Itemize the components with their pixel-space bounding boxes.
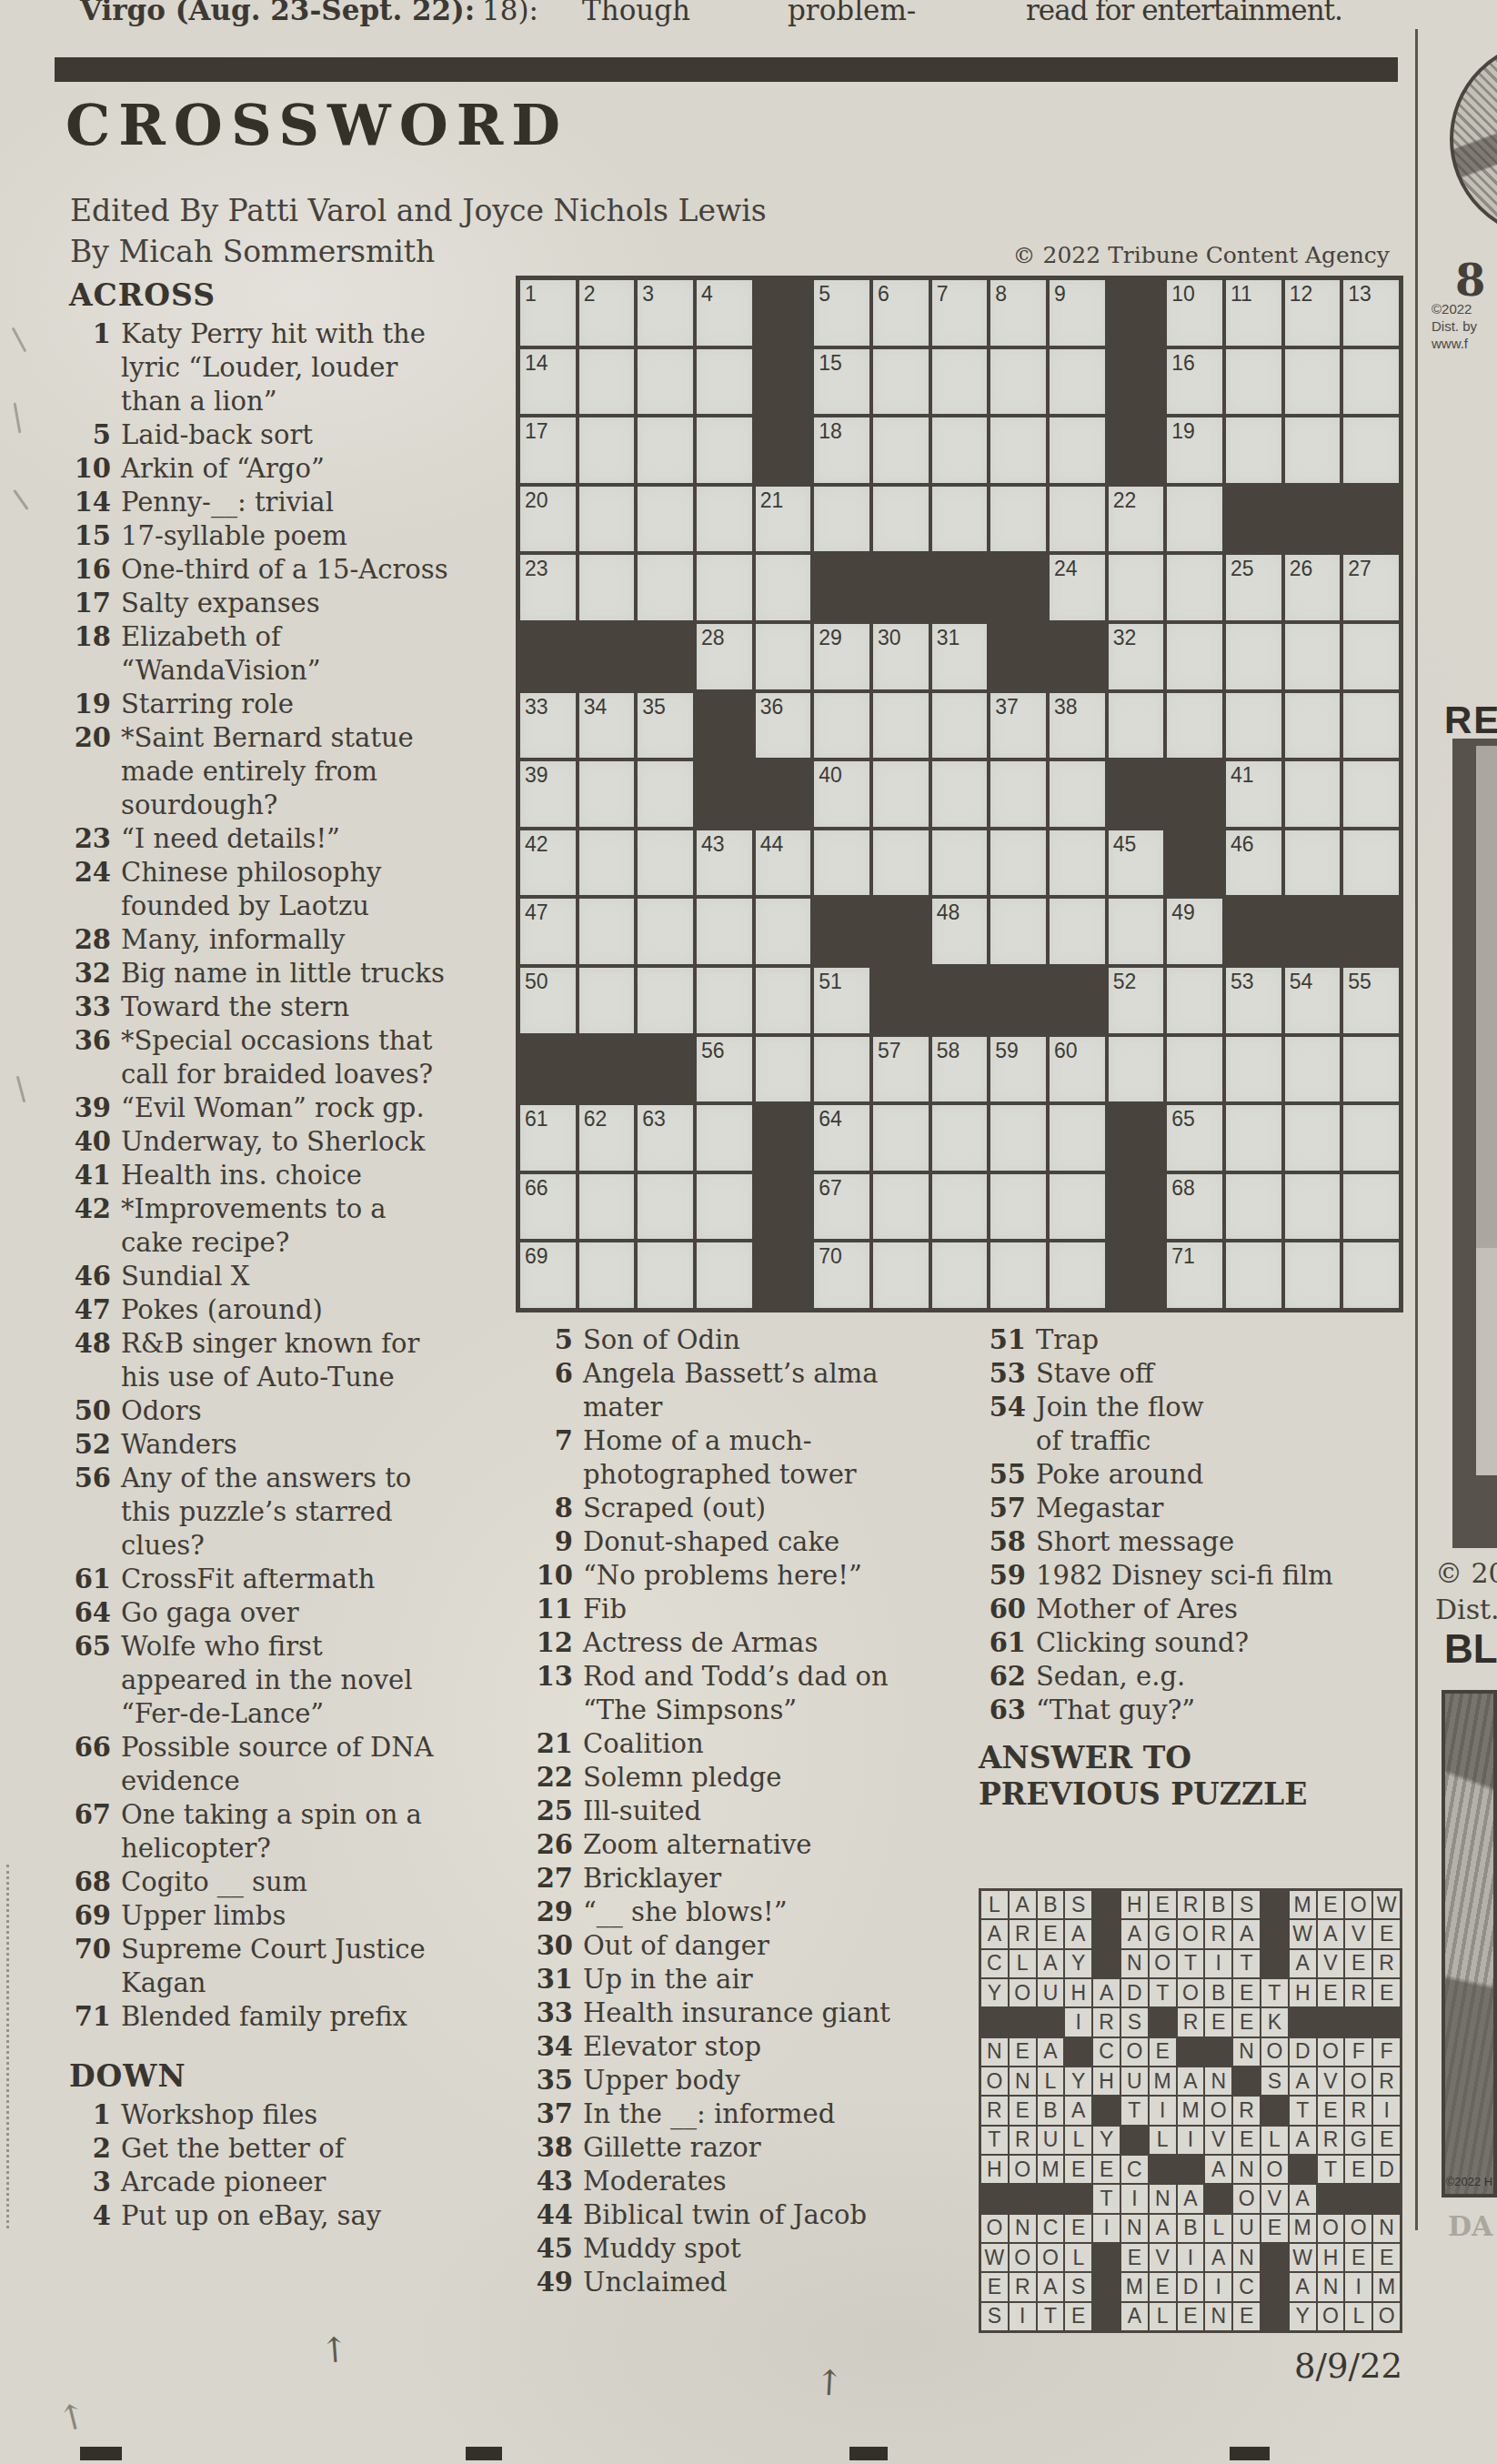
grid-cell-12-8[interactable]: 58 <box>932 1037 988 1102</box>
grid-cell-13-6[interactable]: 64 <box>814 1105 869 1171</box>
grid-cell-12-10[interactable]: 60 <box>1050 1037 1105 1102</box>
cell-number: 54 <box>1290 970 1313 994</box>
grid-cell-12-14[interactable] <box>1285 1037 1341 1102</box>
grid-cell-4-3[interactable] <box>638 487 693 552</box>
grid-cell-2-4[interactable] <box>697 349 752 415</box>
grid-cell-14-7[interactable] <box>873 1174 929 1240</box>
answer-letter-5-9: E <box>1205 2008 1231 2036</box>
grid-cell-1-13[interactable]: 11 <box>1226 280 1281 346</box>
grid-cell-13-14[interactable] <box>1285 1105 1341 1171</box>
grid-cell-5-15[interactable]: 27 <box>1343 555 1399 620</box>
across-clue-39: 39“Evil Woman” rock gp. <box>64 1091 518 1125</box>
grid-cell-15-9[interactable] <box>990 1242 1046 1308</box>
grid-cell-13-9[interactable] <box>990 1105 1046 1171</box>
answer-letter-6-7: E <box>1150 2038 1176 2066</box>
grid-cell-5-5[interactable] <box>756 555 811 620</box>
grid-cell-15-15[interactable] <box>1343 1242 1399 1308</box>
cell-number: 67 <box>819 1176 842 1201</box>
clue-text: Angela Bassett’s alma mater <box>583 1357 879 1424</box>
grid-cell-13-10[interactable] <box>1050 1105 1105 1171</box>
answer-letter-14-3: A <box>1038 2273 1064 2300</box>
grid-cell-7-3[interactable]: 35 <box>638 693 693 759</box>
grid-cell-1-6[interactable]: 5 <box>814 280 869 346</box>
grid-cell-3-14[interactable] <box>1285 417 1341 483</box>
black-square-15-11 <box>1109 1242 1164 1308</box>
grid-cell-14-1[interactable]: 66 <box>520 1174 576 1240</box>
grid-cell-7-8[interactable] <box>932 693 988 759</box>
grid-cell-3-8[interactable] <box>932 417 988 483</box>
grid-cell-1-2[interactable]: 2 <box>579 280 635 346</box>
grid-cell-13-4[interactable] <box>697 1105 752 1171</box>
down-clue-11: 11Fib <box>526 1593 973 1626</box>
grid-cell-9-15[interactable] <box>1343 830 1399 896</box>
grid-cell-3-13[interactable] <box>1226 417 1281 483</box>
across-clue-67: 67One taking a spin on a helicopter? <box>64 1798 518 1866</box>
grid-cell-1-7[interactable]: 6 <box>873 280 929 346</box>
grid-cell-14-15[interactable] <box>1343 1174 1399 1240</box>
answer-letter-9-3: U <box>1038 2127 1064 2154</box>
grid-cell-2-8[interactable] <box>932 349 988 415</box>
grid-cell-10-8[interactable]: 48 <box>932 899 988 964</box>
grid-cell-12-13[interactable] <box>1226 1037 1281 1102</box>
answer-letter-2-8: O <box>1178 1920 1204 1947</box>
grid-cell-12-9[interactable]: 59 <box>990 1037 1046 1102</box>
cell-number: 23 <box>525 557 548 581</box>
answer-letter-2-13: A <box>1318 1920 1344 1947</box>
cell-number: 15 <box>819 351 842 376</box>
grid-cell-13-7[interactable] <box>873 1105 929 1171</box>
answer-letter-6-13: O <box>1318 2038 1344 2066</box>
answer-letter-6-3: A <box>1038 2038 1064 2066</box>
grid-cell-8-15[interactable] <box>1343 761 1399 827</box>
clue-number: 31 <box>526 1963 583 1996</box>
grid-cell-8-2[interactable] <box>579 761 635 827</box>
grid-cell-9-8[interactable] <box>932 830 988 896</box>
grid-cell-13-1[interactable]: 61 <box>520 1105 576 1171</box>
grid-cell-14-12[interactable]: 68 <box>1167 1174 1222 1240</box>
grid-cell-2-12[interactable]: 16 <box>1167 349 1222 415</box>
answer-letter-1-2: A <box>1010 1891 1036 1918</box>
black-square-12-1 <box>520 1037 576 1102</box>
grid-cell-6-8[interactable]: 31 <box>932 624 988 689</box>
cell-number: 55 <box>1348 970 1371 994</box>
answer-letter-8-15: I <box>1373 2097 1400 2124</box>
grid-cell-4-4[interactable] <box>697 487 752 552</box>
cell-number: 34 <box>584 695 608 719</box>
cell-number: 63 <box>642 1107 666 1131</box>
grid-cell-15-7[interactable] <box>873 1242 929 1308</box>
grid-cell-15-8[interactable] <box>932 1242 988 1308</box>
answer-letter-15-14: L <box>1345 2303 1371 2330</box>
clue-text: Ill-suited <box>583 1795 701 1828</box>
black-square-6-10 <box>1050 624 1105 689</box>
grid-cell-7-12[interactable] <box>1167 693 1222 759</box>
answer-heading-line2: PREVIOUS PUZZLE <box>979 1776 1410 1813</box>
grid-cell-4-2[interactable] <box>579 487 635 552</box>
black-square-2-11 <box>1109 349 1164 415</box>
grid-cell-14-6[interactable]: 67 <box>814 1174 869 1240</box>
grid-cell-14-2[interactable] <box>579 1174 635 1240</box>
registration-mark <box>80 2447 122 2460</box>
grid-cell-4-6[interactable] <box>814 487 869 552</box>
grid-cell-13-15[interactable] <box>1343 1105 1399 1171</box>
grid-cell-15-10[interactable] <box>1050 1242 1105 1308</box>
grid-cell-1-3[interactable]: 3 <box>638 280 693 346</box>
grid-cell-6-5[interactable] <box>756 624 811 689</box>
answer-black-9-6 <box>1121 2127 1148 2154</box>
grid-cell-5-2[interactable] <box>579 555 635 620</box>
grid-cell-1-15[interactable]: 13 <box>1343 280 1399 346</box>
grid-cell-12-12[interactable] <box>1167 1037 1222 1102</box>
grid-cell-8-8[interactable] <box>932 761 988 827</box>
grid-cell-2-10[interactable] <box>1050 349 1105 415</box>
grid-cell-13-2[interactable]: 62 <box>579 1105 635 1171</box>
grid-cell-9-1[interactable]: 42 <box>520 830 576 896</box>
answer-letter-10-10: N <box>1233 2156 1260 2183</box>
answer-letter-4-9: B <box>1205 1979 1231 2006</box>
grid-cell-6-15[interactable] <box>1343 624 1399 689</box>
down-clue-4: 4Put up on eBay, say <box>64 2199 518 2233</box>
grid-cell-11-15[interactable]: 55 <box>1343 968 1399 1033</box>
grid-cell-5-12[interactable] <box>1167 555 1222 620</box>
grid-cell-3-3[interactable] <box>638 417 693 483</box>
grid-cell-4-11[interactable]: 22 <box>1109 487 1164 552</box>
grid-cell-14-13[interactable] <box>1226 1174 1281 1240</box>
adjacent-photo-fragment <box>1452 739 1497 1548</box>
grid-cell-9-5[interactable]: 44 <box>756 830 811 896</box>
grid-cell-12-5[interactable] <box>756 1037 811 1102</box>
grid-cell-5-14[interactable]: 26 <box>1285 555 1341 620</box>
grid-cell-2-6[interactable]: 15 <box>814 349 869 415</box>
answer-letter-14-10: C <box>1233 2273 1260 2300</box>
clue-number: 32 <box>64 957 121 991</box>
grid-cell-11-6[interactable]: 51 <box>814 968 869 1033</box>
grid-cell-12-4[interactable]: 56 <box>697 1037 752 1102</box>
grid-cell-4-9[interactable] <box>990 487 1046 552</box>
answer-letter-1-12: M <box>1290 1891 1316 1918</box>
clue-number: 60 <box>979 1593 1036 1626</box>
grid-cell-15-6[interactable]: 70 <box>814 1242 869 1308</box>
answer-black-1-5 <box>1093 1891 1120 1918</box>
answer-letter-7-3: L <box>1038 2067 1064 2095</box>
answer-letter-4-8: O <box>1178 1979 1204 2006</box>
grid-cell-11-2[interactable] <box>579 968 635 1033</box>
answer-letter-6-1: N <box>981 2038 1008 2066</box>
down-clue-37: 37In the __: informed <box>526 2097 973 2131</box>
grid-cell-7-11[interactable] <box>1109 693 1164 759</box>
grid-cell-12-6[interactable] <box>814 1037 869 1102</box>
grid-cell-3-10[interactable] <box>1050 417 1105 483</box>
clue-number: 65 <box>64 1630 121 1664</box>
grid-cell-10-5[interactable] <box>756 899 811 964</box>
answer-letter-8-12: T <box>1290 2097 1316 2124</box>
grid-cell-10-9[interactable] <box>990 899 1046 964</box>
grid-cell-2-14[interactable] <box>1285 349 1341 415</box>
grid-cell-6-13[interactable] <box>1226 624 1281 689</box>
grid-cell-9-11[interactable]: 45 <box>1109 830 1164 896</box>
answer-letter-15-13: O <box>1318 2303 1344 2330</box>
answer-letter-9-8: I <box>1178 2127 1204 2154</box>
answer-black-5-14 <box>1345 2008 1371 2036</box>
grid-cell-3-7[interactable] <box>873 417 929 483</box>
answer-letter-6-2: E <box>1010 2038 1036 2066</box>
grid-cell-7-2[interactable]: 34 <box>579 693 635 759</box>
grid-cell-8-9[interactable] <box>990 761 1046 827</box>
grid-cell-7-5[interactable]: 36 <box>756 693 811 759</box>
grid-cell-15-1[interactable]: 69 <box>520 1242 576 1308</box>
black-square-11-9 <box>990 968 1046 1033</box>
puzzle-date: 8/9/22 <box>1164 2347 1402 2386</box>
answer-letter-14-8: D <box>1178 2273 1204 2300</box>
clue-number: 3 <box>64 2166 121 2199</box>
grid-cell-1-10[interactable]: 9 <box>1050 280 1105 346</box>
grid-cell-12-11[interactable] <box>1109 1037 1164 1102</box>
clue-number: 61 <box>979 1626 1036 1660</box>
grid-cell-13-3[interactable]: 63 <box>638 1105 693 1171</box>
photo-fragment-lighter <box>1476 1248 1497 1475</box>
answer-black-1-11 <box>1261 1891 1288 1918</box>
grid-cell-9-7[interactable] <box>873 830 929 896</box>
grid-cell-10-4[interactable] <box>697 899 752 964</box>
grid-cell-3-12[interactable]: 19 <box>1167 417 1222 483</box>
grid-cell-5-11[interactable] <box>1109 555 1164 620</box>
clue-text: Unclaimed <box>583 2266 727 2299</box>
answer-letter-1-6: H <box>1121 1891 1148 1918</box>
clue-text: “That guy?” <box>1036 1694 1195 1727</box>
grid-cell-11-13[interactable]: 53 <box>1226 968 1281 1033</box>
grid-cell-14-4[interactable] <box>697 1174 752 1240</box>
grid-cell-2-13[interactable] <box>1226 349 1281 415</box>
down-clue-53: 53Stave off <box>979 1357 1410 1391</box>
grid-cell-3-15[interactable] <box>1343 417 1399 483</box>
grid-cell-2-7[interactable] <box>873 349 929 415</box>
grid-cell-8-13[interactable]: 41 <box>1226 761 1281 827</box>
grid-cell-9-6[interactable] <box>814 830 869 896</box>
answer-letter-3-7: O <box>1150 1950 1176 1977</box>
previous-answer-grid: LABSHERBSMEOWAREAAGORAWAVECLAYNOTITAVERY… <box>979 1888 1402 2333</box>
answer-letter-13-9: A <box>1205 2244 1231 2271</box>
clue-text: In the __: informed <box>583 2097 835 2131</box>
clue-text: Get the better of <box>121 2132 344 2166</box>
cell-number: 49 <box>1171 900 1195 925</box>
grid-cell-6-14[interactable] <box>1285 624 1341 689</box>
clue-text: *Saint Bernard statue made entirely from… <box>121 721 414 822</box>
answer-letter-15-2: I <box>1010 2303 1036 2330</box>
grid-cell-12-15[interactable] <box>1343 1037 1399 1102</box>
grid-cell-8-10[interactable] <box>1050 761 1105 827</box>
cell-number: 6 <box>878 282 889 307</box>
grid-cell-9-4[interactable]: 43 <box>697 830 752 896</box>
clue-number: 19 <box>64 688 121 721</box>
grid-cell-15-3[interactable] <box>638 1242 693 1308</box>
grid-cell-7-1[interactable]: 33 <box>520 693 576 759</box>
grid-cell-7-6[interactable] <box>814 693 869 759</box>
grid-cell-9-2[interactable] <box>579 830 635 896</box>
grid-cell-4-7[interactable] <box>873 487 929 552</box>
answer-black-10-7 <box>1150 2156 1176 2183</box>
answer-letter-3-12: A <box>1290 1950 1316 1977</box>
grid-cell-3-2[interactable] <box>579 417 635 483</box>
answer-letter-1-7: E <box>1150 1891 1176 1918</box>
clue-text: Upper limbs <box>121 1899 286 1933</box>
answer-letter-12-9: L <box>1205 2215 1231 2242</box>
grid-cell-1-1[interactable]: 1 <box>520 280 576 346</box>
across-clue-56: 56Any of the answers to this puzzle’s st… <box>64 1462 518 1563</box>
grid-cell-1-8[interactable]: 7 <box>932 280 988 346</box>
across-clue-20: 20*Saint Bernard statue made entirely fr… <box>64 721 518 822</box>
grid-cell-11-11[interactable]: 52 <box>1109 968 1164 1033</box>
grid-cell-7-7[interactable] <box>873 693 929 759</box>
grid-cell-6-7[interactable]: 30 <box>873 624 929 689</box>
grid-cell-1-4[interactable]: 4 <box>697 280 752 346</box>
grid-cell-14-10[interactable] <box>1050 1174 1105 1240</box>
down-clue-7: 7Home of a much- photographed tower <box>526 1424 973 1492</box>
answer-black-7-10 <box>1233 2067 1260 2095</box>
across-clue-5: 5Laid-back sort <box>64 418 518 452</box>
grid-cell-5-13[interactable]: 25 <box>1226 555 1281 620</box>
grid-cell-7-9[interactable]: 37 <box>990 693 1046 759</box>
grid-cell-15-13[interactable] <box>1226 1242 1281 1308</box>
grid-cell-11-1[interactable]: 50 <box>520 968 576 1033</box>
grid-cell-11-12[interactable] <box>1167 968 1222 1033</box>
answer-letter-3-3: A <box>1038 1950 1064 1977</box>
grid-cell-7-13[interactable] <box>1226 693 1281 759</box>
grid-cell-2-1[interactable]: 14 <box>520 349 576 415</box>
answer-letter-3-9: I <box>1205 1950 1231 1977</box>
black-square-11-10 <box>1050 968 1105 1033</box>
grid-cell-8-3[interactable] <box>638 761 693 827</box>
grid-cell-10-3[interactable] <box>638 899 693 964</box>
grid-cell-8-1[interactable]: 39 <box>520 761 576 827</box>
grid-cell-8-7[interactable] <box>873 761 929 827</box>
grid-cell-2-15[interactable] <box>1343 349 1399 415</box>
grid-cell-3-1[interactable]: 17 <box>520 417 576 483</box>
grid-cell-6-6[interactable]: 29 <box>814 624 869 689</box>
left-clue-column: ACROSS 1Katy Perry hit with the lyric “L… <box>64 278 518 2233</box>
grid-cell-10-10[interactable] <box>1050 899 1105 964</box>
answer-letter-3-10: T <box>1233 1950 1260 1977</box>
constructor-byline: By Micah Sommersmith <box>70 234 435 269</box>
grid-cell-10-12[interactable]: 49 <box>1167 899 1222 964</box>
cell-number: 1 <box>525 282 537 307</box>
grid-cell-14-8[interactable] <box>932 1174 988 1240</box>
grid-cell-1-12[interactable]: 10 <box>1167 280 1222 346</box>
grid-cell-4-12[interactable] <box>1167 487 1222 552</box>
answer-letter-1-1: L <box>981 1891 1008 1918</box>
answer-black-3-5 <box>1093 1950 1120 1977</box>
answer-letter-11-8: A <box>1178 2185 1204 2212</box>
grid-cell-11-5[interactable] <box>756 968 811 1033</box>
grid-cell-11-14[interactable]: 54 <box>1285 968 1341 1033</box>
grid-cell-9-13[interactable]: 46 <box>1226 830 1281 896</box>
grid-cell-8-14[interactable] <box>1285 761 1341 827</box>
grid-cell-3-9[interactable] <box>990 417 1046 483</box>
clue-number: 50 <box>64 1394 121 1428</box>
grid-cell-14-3[interactable] <box>638 1174 693 1240</box>
grid-cell-13-8[interactable] <box>932 1105 988 1171</box>
answer-letter-9-2: R <box>1010 2127 1036 2154</box>
grid-cell-3-4[interactable] <box>697 417 752 483</box>
grid-cell-15-12[interactable]: 71 <box>1167 1242 1222 1308</box>
grid-cell-9-14[interactable] <box>1285 830 1341 896</box>
across-clue-47: 47Pokes (around) <box>64 1293 518 1327</box>
grid-cell-15-4[interactable] <box>697 1242 752 1308</box>
answer-letter-4-13: E <box>1318 1979 1344 2006</box>
grid-cell-4-5[interactable]: 21 <box>756 487 811 552</box>
black-square-1-11 <box>1109 280 1164 346</box>
grid-cell-2-3[interactable] <box>638 349 693 415</box>
black-square-6-1 <box>520 624 576 689</box>
answer-letter-15-3: T <box>1038 2303 1064 2330</box>
clue-text: Blended family prefix <box>121 2000 407 2034</box>
grid-cell-8-6[interactable]: 40 <box>814 761 869 827</box>
grid-cell-5-4[interactable] <box>697 555 752 620</box>
grid-cell-13-13[interactable] <box>1226 1105 1281 1171</box>
clue-number: 33 <box>526 1996 583 2030</box>
clue-number: 52 <box>64 1428 121 1462</box>
grid-cell-5-3[interactable] <box>638 555 693 620</box>
grid-cell-10-1[interactable]: 47 <box>520 899 576 964</box>
answer-letter-6-10: N <box>1233 2038 1260 2066</box>
clue-number: 21 <box>526 1727 583 1761</box>
clue-text: Out of danger <box>583 1929 769 1963</box>
clue-number: 8 <box>526 1492 583 1525</box>
grid-cell-2-9[interactable] <box>990 349 1046 415</box>
grid-cell-2-2[interactable] <box>579 349 635 415</box>
answer-letter-2-14: V <box>1345 1920 1371 1947</box>
clue-number: 18 <box>64 620 121 654</box>
grid-cell-4-8[interactable] <box>932 487 988 552</box>
grid-cell-12-7[interactable]: 57 <box>873 1037 929 1102</box>
grid-cell-7-14[interactable] <box>1285 693 1341 759</box>
grid-cell-1-14[interactable]: 12 <box>1285 280 1341 346</box>
cell-number: 8 <box>995 282 1007 307</box>
answer-letter-5-5: R <box>1093 2008 1120 2036</box>
grid-cell-15-2[interactable] <box>579 1242 635 1308</box>
answer-letter-8-4: A <box>1065 2097 1091 2124</box>
grid-cell-9-3[interactable] <box>638 830 693 896</box>
grid-cell-9-9[interactable] <box>990 830 1046 896</box>
answer-black-11-3 <box>1038 2185 1064 2212</box>
grid-cell-13-12[interactable]: 65 <box>1167 1105 1222 1171</box>
grid-cell-1-9[interactable]: 8 <box>990 280 1046 346</box>
grid-cell-10-11[interactable] <box>1109 899 1164 964</box>
grid-cell-6-11[interactable]: 32 <box>1109 624 1164 689</box>
grid-cell-4-10[interactable] <box>1050 487 1105 552</box>
grid-cell-14-9[interactable] <box>990 1174 1046 1240</box>
answer-letter-8-6: T <box>1121 2097 1148 2124</box>
grid-cell-6-4[interactable]: 28 <box>697 624 752 689</box>
grid-cell-10-2[interactable] <box>579 899 635 964</box>
grid-cell-3-6[interactable]: 18 <box>814 417 869 483</box>
grid-cell-5-10[interactable]: 24 <box>1050 555 1105 620</box>
answer-letter-10-4: E <box>1065 2156 1091 2183</box>
clue-text: “No problems here!” <box>583 1559 862 1593</box>
grid-cell-15-14[interactable] <box>1285 1242 1341 1308</box>
grid-cell-5-1[interactable]: 23 <box>520 555 576 620</box>
answer-black-5-15 <box>1373 2008 1400 2036</box>
clue-number: 49 <box>526 2266 583 2299</box>
grid-cell-14-14[interactable] <box>1285 1174 1341 1240</box>
grid-cell-4-1[interactable]: 20 <box>520 487 576 552</box>
grid-cell-7-15[interactable] <box>1343 693 1399 759</box>
answer-letter-9-14: G <box>1345 2127 1371 2154</box>
grid-cell-6-12[interactable] <box>1167 624 1222 689</box>
grid-cell-9-10[interactable] <box>1050 830 1105 896</box>
grid-cell-11-4[interactable] <box>697 968 752 1033</box>
grid-cell-11-3[interactable] <box>638 968 693 1033</box>
grid-cell-7-10[interactable]: 38 <box>1050 693 1105 759</box>
